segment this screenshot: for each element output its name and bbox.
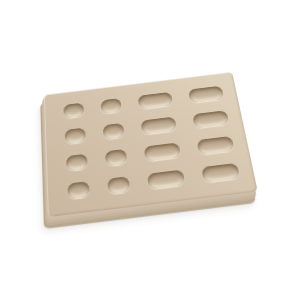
pit-r3c2-small-oval xyxy=(105,149,128,166)
board-scene xyxy=(45,74,245,207)
pit-r4c2-small-oval xyxy=(107,176,130,194)
pit-r1c2-small-oval xyxy=(100,98,121,114)
pit-r4c3-long-slot xyxy=(147,170,185,190)
pit-r1c4-long-slot xyxy=(188,86,224,104)
pit-r2c4-long-slot xyxy=(192,110,229,128)
pit-r3c1-small-oval xyxy=(66,154,88,172)
pit-r1c3-long-slot xyxy=(138,92,173,110)
ceramic-pit-board xyxy=(44,72,258,217)
pit-r1c1-small-oval xyxy=(63,103,84,119)
pit-r2c1-small-oval xyxy=(65,128,86,145)
pit-r3c4-long-slot xyxy=(197,136,235,155)
pit-r2c3-long-slot xyxy=(141,117,177,135)
pit-r2c2-small-oval xyxy=(103,123,125,140)
product-photo-canvas xyxy=(0,0,300,300)
pit-r4c1-small-oval xyxy=(67,181,90,199)
pit-r4c4-long-slot xyxy=(201,163,240,183)
pit-r3c3-long-slot xyxy=(144,142,181,161)
